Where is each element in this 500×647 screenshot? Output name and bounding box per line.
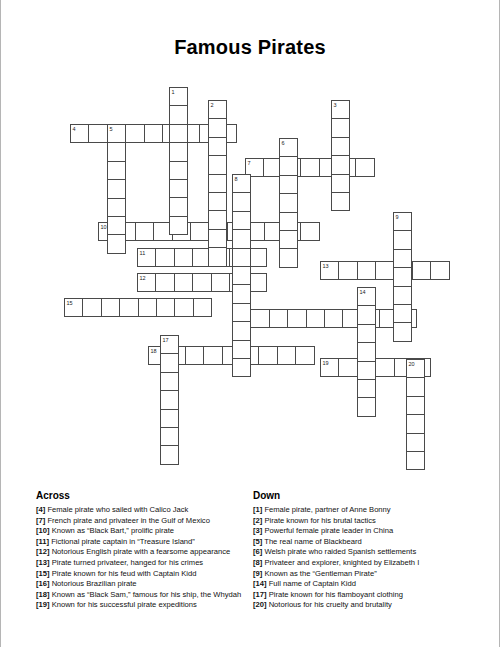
crossword-cell[interactable] — [295, 346, 314, 365]
crossword-cell[interactable] — [393, 267, 412, 286]
clue-item: [10] Known as “Black Bart,” prolific pir… — [36, 526, 248, 537]
crossword-cell[interactable] — [208, 137, 227, 156]
across-clue-list: [4] Female pirate who sailed with Calico… — [36, 505, 248, 611]
clue-item: [2] Pirate known for his brutal tactics — [253, 516, 483, 527]
clue-item: [1] Female pirate, partner of Anne Bonny — [253, 505, 483, 516]
clue-item: [7] French pirate and privateer in the G… — [36, 516, 248, 527]
crossword-cell[interactable] — [406, 377, 425, 396]
crossword-cell[interactable] — [107, 179, 126, 198]
crossword-cell[interactable] — [375, 261, 394, 280]
across-header: Across — [36, 490, 248, 501]
crossword-cell[interactable] — [338, 358, 357, 377]
crossword-cell[interactable] — [208, 229, 227, 248]
crossword-cell[interactable] — [406, 414, 425, 433]
crossword-cell[interactable]: 8 — [232, 174, 251, 193]
crossword-cell[interactable]: 6 — [279, 138, 298, 157]
crossword-cell[interactable] — [169, 216, 188, 235]
crossword-cell[interactable]: 14 — [357, 287, 376, 306]
clue-number-label: 19 — [323, 360, 329, 366]
crossword-cell[interactable] — [331, 192, 350, 211]
crossword-cell[interactable] — [279, 175, 298, 194]
crossword-cell[interactable] — [232, 340, 251, 359]
clue-item: [15] Pirate known for his feud with Capt… — [36, 569, 248, 580]
crossword-cell[interactable] — [331, 174, 350, 193]
crossword-cell[interactable] — [331, 155, 350, 174]
crossword-cell[interactable] — [393, 322, 412, 341]
clue-number-label: 14 — [360, 289, 366, 295]
crossword-cell[interactable] — [300, 158, 319, 177]
crossword-cell[interactable] — [258, 346, 277, 365]
crossword-cell[interactable] — [357, 324, 376, 343]
crossword-cell[interactable] — [277, 346, 296, 365]
clue-item: [20] Notorious for his cruelty and bruta… — [253, 600, 483, 611]
crossword-cell[interactable]: 1 — [169, 87, 188, 106]
crossword-cell[interactable] — [160, 353, 179, 372]
crossword-cell[interactable] — [393, 286, 412, 305]
crossword-cell[interactable] — [232, 229, 251, 248]
clue-number-label: 20 — [409, 361, 415, 367]
crossword-cell[interactable] — [160, 390, 179, 409]
clue-item: [5] The real name of Blackbeard — [253, 537, 483, 548]
crossword-cell[interactable] — [135, 222, 154, 241]
crossword-cell[interactable] — [155, 273, 174, 292]
across-clues-section: Across [4] Female pirate who sailed with… — [36, 490, 248, 611]
crossword-cell[interactable] — [406, 451, 425, 470]
crossword-cell[interactable] — [357, 379, 376, 398]
crossword-cell[interactable] — [232, 266, 251, 285]
crossword-cell[interactable] — [208, 174, 227, 193]
crossword-cell[interactable]: 15 — [64, 298, 83, 317]
crossword-cell[interactable] — [208, 210, 227, 229]
crossword-cell[interactable]: 11 — [137, 248, 156, 267]
clue-number-label: 15 — [67, 300, 73, 306]
clue-item: [9] Known as the “Gentleman Pirate” — [253, 569, 483, 580]
crossword-cell[interactable] — [174, 273, 193, 292]
crossword-cell[interactable] — [156, 298, 175, 317]
crossword-cell[interactable] — [393, 249, 412, 268]
crossword-cell[interactable]: 12 — [137, 273, 156, 292]
clue-number-label: 3 — [334, 102, 337, 108]
crossword-cell[interactable] — [232, 211, 251, 230]
clue-number-label: 5 — [110, 126, 113, 132]
crossword-cell[interactable] — [279, 230, 298, 249]
clue-item: [18] Known as “Black Sam,” famous for hi… — [36, 590, 248, 601]
crossword-cell[interactable] — [406, 396, 425, 415]
clue-number-label: 17 — [163, 337, 169, 343]
crossword-cell[interactable] — [269, 309, 288, 328]
crossword-cell[interactable] — [193, 298, 212, 317]
crossword-cell[interactable] — [155, 248, 174, 267]
down-clues-section: Down [1] Female pirate, partner of Anne … — [253, 490, 483, 611]
crossword-cell[interactable] — [107, 216, 126, 235]
clue-item: [13] Pirate turned privateer, hanged for… — [36, 558, 248, 569]
crossword-cell[interactable] — [185, 346, 204, 365]
crossword-cell[interactable] — [232, 284, 251, 303]
clue-item: [19] Known for his successful pirate exp… — [36, 600, 248, 611]
crossword-cell[interactable] — [279, 212, 298, 231]
clue-number-label: 18 — [151, 348, 157, 354]
crossword-cell[interactable] — [82, 298, 101, 317]
crossword-cell[interactable] — [203, 346, 222, 365]
crossword-cell[interactable] — [287, 309, 306, 328]
clue-item: [4] Female pirate who sailed with Calico… — [36, 505, 248, 516]
crossword-cell[interactable] — [232, 358, 251, 377]
clue-number-label: 13 — [323, 263, 329, 269]
clue-number-label: 1 — [172, 89, 175, 95]
crossword-cell[interactable] — [279, 248, 298, 267]
crossword-cell[interactable] — [107, 234, 126, 253]
crossword-cell[interactable] — [174, 248, 193, 267]
crossword-cell[interactable] — [190, 222, 209, 241]
clue-number-label: 6 — [282, 140, 285, 146]
clue-item: [14] Full name of Captain Kidd — [253, 579, 483, 590]
crossword-cell[interactable] — [331, 137, 350, 156]
crossword-cell[interactable] — [107, 198, 126, 217]
crossword-cell[interactable] — [306, 309, 325, 328]
crossword-cell[interactable]: 3 — [331, 100, 350, 119]
clue-item: [17] Pirate known for his flamboyant clo… — [253, 590, 483, 601]
crossword-cell[interactable]: 4 — [70, 124, 89, 143]
crossword-cell[interactable] — [169, 197, 188, 216]
clue-number-label: 2 — [211, 102, 214, 108]
crossword-cell[interactable] — [208, 118, 227, 137]
crossword-cell[interactable] — [250, 309, 269, 328]
crossword-cell[interactable] — [101, 298, 120, 317]
crossword-cell[interactable] — [393, 230, 412, 249]
crossword-cell[interactable] — [211, 273, 230, 292]
crossword-cell[interactable] — [357, 305, 376, 324]
crossword-cell[interactable] — [138, 298, 157, 317]
crossword-cell[interactable]: 9 — [393, 212, 412, 231]
clue-number-label: 11 — [140, 250, 146, 256]
clue-number-label: 9 — [396, 214, 399, 220]
crossword-cell[interactable] — [357, 261, 376, 280]
crossword-cell[interactable] — [169, 179, 188, 198]
crossword-cell[interactable] — [208, 247, 227, 266]
clue-number-label: 4 — [73, 126, 76, 132]
crossword-cell[interactable] — [357, 397, 376, 416]
crossword-cell[interactable] — [232, 192, 251, 211]
crossword-page: Famous Pirates 4710111213151618191235689… — [0, 0, 500, 647]
crossword-cell[interactable] — [107, 142, 126, 161]
crossword-cell[interactable] — [430, 261, 449, 280]
crossword-cell[interactable]: 2 — [208, 100, 227, 119]
clue-item: [12] Notorious English pirate with a fea… — [36, 547, 248, 558]
crossword-cell[interactable] — [169, 161, 188, 180]
crossword-cell[interactable]: 19 — [320, 358, 339, 377]
clue-number-label: 10 — [101, 224, 107, 230]
crossword-cell[interactable]: 5 — [107, 124, 126, 143]
clue-item: [11] Fictional pirate captain in “Treasu… — [36, 537, 248, 548]
crossword-cell[interactable] — [279, 156, 298, 175]
crossword-cell[interactable] — [174, 298, 193, 317]
crossword-cell[interactable] — [160, 409, 179, 428]
clue-item: [16] Notorious Brazilian pirate — [36, 579, 248, 590]
crossword-cell[interactable] — [192, 273, 211, 292]
crossword-cell[interactable]: 17 — [160, 335, 179, 354]
crossword-cell[interactable] — [169, 105, 188, 124]
crossword-cell[interactable] — [406, 433, 425, 452]
crossword-cell[interactable] — [279, 193, 298, 212]
crossword-cell[interactable] — [144, 124, 163, 143]
clue-number-label: 8 — [235, 176, 238, 182]
crossword-cell[interactable] — [324, 309, 343, 328]
crossword-cell[interactable] — [357, 342, 376, 361]
clue-item: [3] Powerful female pirate leader in Chi… — [253, 526, 483, 537]
crossword-cell[interactable] — [125, 124, 144, 143]
crossword-cell[interactable] — [160, 372, 179, 391]
crossword-cell[interactable]: 13 — [320, 261, 339, 280]
crossword-cell[interactable]: 20 — [406, 359, 425, 378]
crossword-grid: 4710111213151618191235689141720 — [1, 0, 500, 500]
down-header: Down — [253, 490, 483, 501]
crossword-cell[interactable] — [338, 261, 357, 280]
crossword-cell[interactable] — [331, 118, 350, 137]
down-clue-list: [1] Female pirate, partner of Anne Bonny… — [253, 505, 483, 611]
crossword-cell[interactable] — [412, 261, 431, 280]
crossword-cell[interactable] — [169, 142, 188, 161]
clue-number-label: 7 — [248, 160, 251, 166]
crossword-cell[interactable] — [232, 321, 251, 340]
crossword-cell[interactable] — [375, 358, 394, 377]
crossword-cell[interactable] — [107, 161, 126, 180]
crossword-cell[interactable] — [232, 248, 251, 267]
crossword-cell[interactable] — [355, 158, 374, 177]
clue-item: [8] Privateer and explorer, knighted by … — [253, 558, 483, 569]
crossword-cell[interactable] — [232, 303, 251, 322]
crossword-cell[interactable] — [300, 222, 319, 241]
clue-number-label: 12 — [140, 275, 146, 281]
crossword-cell[interactable] — [208, 192, 227, 211]
crossword-cell[interactable] — [119, 298, 138, 317]
crossword-cell[interactable] — [88, 124, 107, 143]
crossword-cell[interactable] — [169, 124, 188, 143]
crossword-cell[interactable] — [357, 361, 376, 380]
crossword-cell[interactable] — [208, 155, 227, 174]
clue-item: [6] Welsh pirate who raided Spanish sett… — [253, 547, 483, 558]
crossword-cell[interactable] — [160, 445, 179, 464]
crossword-cell[interactable] — [160, 427, 179, 446]
crossword-cell[interactable] — [393, 304, 412, 323]
